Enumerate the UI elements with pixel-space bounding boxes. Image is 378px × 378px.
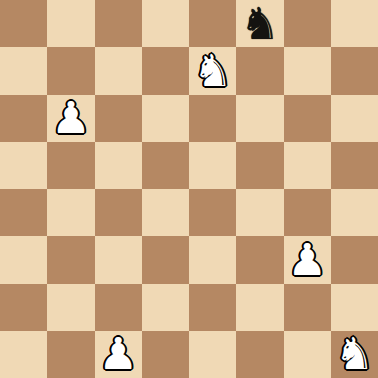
square-e3[interactable] [189, 236, 236, 283]
square-e6[interactable] [189, 95, 236, 142]
square-e7[interactable]: ♞ [189, 47, 236, 94]
white-pawn[interactable]: ♟ [98, 332, 137, 376]
square-f4[interactable] [236, 189, 283, 236]
white-pawn[interactable]: ♟ [51, 96, 90, 140]
square-d5[interactable] [142, 142, 189, 189]
square-f3[interactable] [236, 236, 283, 283]
square-c4[interactable] [95, 189, 142, 236]
square-a3[interactable] [0, 236, 47, 283]
white-pawn[interactable]: ♟ [287, 238, 326, 282]
square-h4[interactable] [331, 189, 378, 236]
square-g5[interactable] [284, 142, 331, 189]
square-g4[interactable] [284, 189, 331, 236]
square-c3[interactable] [95, 236, 142, 283]
square-h3[interactable] [331, 236, 378, 283]
square-c5[interactable] [95, 142, 142, 189]
square-c2[interactable] [95, 284, 142, 331]
square-e4[interactable] [189, 189, 236, 236]
square-a5[interactable] [0, 142, 47, 189]
square-h8[interactable] [331, 0, 378, 47]
square-d3[interactable] [142, 236, 189, 283]
square-g3[interactable]: ♟ [284, 236, 331, 283]
square-b6[interactable]: ♟ [47, 95, 94, 142]
square-a2[interactable] [0, 284, 47, 331]
square-h2[interactable] [331, 284, 378, 331]
square-b8[interactable] [47, 0, 94, 47]
square-c6[interactable] [95, 95, 142, 142]
square-a7[interactable] [0, 47, 47, 94]
square-f2[interactable] [236, 284, 283, 331]
square-f7[interactable] [236, 47, 283, 94]
square-h5[interactable] [331, 142, 378, 189]
square-h6[interactable] [331, 95, 378, 142]
square-e2[interactable] [189, 284, 236, 331]
square-a4[interactable] [0, 189, 47, 236]
square-e5[interactable] [189, 142, 236, 189]
white-knight[interactable]: ♞ [335, 332, 374, 376]
square-f6[interactable] [236, 95, 283, 142]
square-d7[interactable] [142, 47, 189, 94]
chess-board: ♞♞♟♟♟♞ [0, 0, 378, 378]
square-d1[interactable] [142, 331, 189, 378]
square-d8[interactable] [142, 0, 189, 47]
square-d2[interactable] [142, 284, 189, 331]
white-knight[interactable]: ♞ [193, 49, 232, 93]
square-g8[interactable] [284, 0, 331, 47]
square-e1[interactable] [189, 331, 236, 378]
square-b1[interactable] [47, 331, 94, 378]
square-e8[interactable] [189, 0, 236, 47]
square-g6[interactable] [284, 95, 331, 142]
square-b3[interactable] [47, 236, 94, 283]
square-g7[interactable] [284, 47, 331, 94]
square-f8[interactable]: ♞ [236, 0, 283, 47]
square-a8[interactable] [0, 0, 47, 47]
square-g1[interactable] [284, 331, 331, 378]
square-b2[interactable] [47, 284, 94, 331]
square-d4[interactable] [142, 189, 189, 236]
square-c8[interactable] [95, 0, 142, 47]
square-b4[interactable] [47, 189, 94, 236]
square-h1[interactable]: ♞ [331, 331, 378, 378]
square-a1[interactable] [0, 331, 47, 378]
square-d6[interactable] [142, 95, 189, 142]
square-a6[interactable] [0, 95, 47, 142]
square-g2[interactable] [284, 284, 331, 331]
square-c7[interactable] [95, 47, 142, 94]
square-b7[interactable] [47, 47, 94, 94]
square-f1[interactable] [236, 331, 283, 378]
square-h7[interactable] [331, 47, 378, 94]
square-f5[interactable] [236, 142, 283, 189]
square-b5[interactable] [47, 142, 94, 189]
black-knight[interactable]: ♞ [240, 2, 279, 46]
square-c1[interactable]: ♟ [95, 331, 142, 378]
